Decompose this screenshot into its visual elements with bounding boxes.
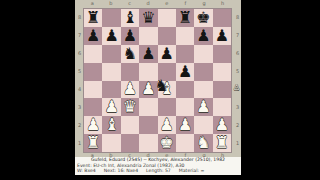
square-e4[interactable]: ♝♞ [158,81,176,99]
square-d2[interactable] [139,116,157,134]
piece-white-pawn: ♟ [176,116,194,134]
square-e5[interactable] [158,63,176,81]
file-label-f: f [176,1,195,6]
square-c7[interactable]: ♟ [121,27,139,45]
piece-white-pawn: ♟ [194,98,212,116]
piece-black-king: ♚ [194,9,212,27]
piece-white-rook: ♜ [213,134,231,152]
file-labels-top: abcdefgh [83,1,232,6]
square-g7[interactable]: ♟ [194,27,212,45]
rank-label-1: 1 [235,141,240,146]
piece-black-pawn: ♟ [102,27,120,45]
square-h5[interactable] [213,63,231,81]
file-label-b: b [102,1,121,6]
rank-label-7: 7 [77,33,82,38]
square-a8[interactable]: ♜ [84,9,102,27]
square-h4[interactable] [213,81,231,99]
square-e8[interactable] [158,9,176,27]
video-frame: abcdefgh abcdefgh 87654321 87654321 ♜♝♛♜… [0,0,320,180]
square-h3[interactable] [213,98,231,116]
rank-label-5: 5 [77,69,82,74]
square-g2[interactable] [194,116,212,134]
square-d1[interactable] [139,134,157,152]
rank-label-3: 3 [235,105,240,110]
square-f4[interactable] [176,81,194,99]
piece-black-bishop: ♝ [121,9,139,27]
caption-last-move: W: Bxe4 [77,168,96,173]
board-frame: abcdefgh abcdefgh 87654321 87654321 ♜♝♛♜… [75,0,241,157]
square-d7[interactable] [139,27,157,45]
file-label-a: a [83,1,102,6]
square-d8[interactable]: ♛ [139,9,157,27]
piece-black-pawn: ♟ [84,27,102,45]
rank-label-5: 5 [235,69,240,74]
piece-white-pawn: ♟ [158,116,176,134]
piece-white-rook: ♜ [84,134,102,152]
piece-black-pawn: ♟ [176,63,194,81]
square-f6[interactable] [176,45,194,63]
square-b6[interactable] [102,45,120,63]
square-g3[interactable]: ♟ [194,98,212,116]
square-f3[interactable] [176,98,194,116]
square-a7[interactable]: ♟ [84,27,102,45]
square-f2[interactable]: ♟ [176,116,194,134]
square-a1[interactable]: ♜ [84,134,102,152]
square-a4[interactable] [84,81,102,99]
square-d3[interactable] [139,98,157,116]
rank-labels-left: 87654321 [77,8,82,153]
piece-black-pawn: ♟ [213,27,231,45]
square-f5[interactable]: ♟ [176,63,194,81]
rank-label-8: 8 [235,15,240,20]
square-h8[interactable] [213,9,231,27]
to-move-indicator-white-pawn-icon: ♙ [233,83,240,92]
square-f7[interactable] [176,27,194,45]
square-d4[interactable]: ♟ [139,81,157,99]
square-c1[interactable] [121,134,139,152]
piece-white-pawn: ♟ [139,81,157,99]
square-b8[interactable] [102,9,120,27]
square-e2[interactable]: ♟ [158,116,176,134]
square-f1[interactable] [176,134,194,152]
rank-labels-right: 87654321 [235,8,240,153]
rank-label-2: 2 [235,123,240,128]
piece-white-pawn: ♟ [102,98,120,116]
square-c4[interactable]: ♟ [121,81,139,99]
rank-label-7: 7 [235,33,240,38]
square-h2[interactable]: ♟ [213,116,231,134]
piece-black-pawn: ♟ [194,27,212,45]
rank-label-3: 3 [77,105,82,110]
piece-black-pawn: ♟ [121,27,139,45]
square-b5[interactable] [102,63,120,81]
rank-label-1: 1 [77,141,82,146]
caption-players: Gufeld, Eduard (2545) -- Kochyev, Alexan… [75,157,241,163]
piece-white-bishop: ♝ [102,116,120,134]
square-g1[interactable]: ♞ [194,134,212,152]
square-c3[interactable]: ♛ [121,98,139,116]
rank-label-2: 2 [77,123,82,128]
rank-label-8: 8 [77,15,82,20]
piece-white-pawn: ♟ [84,116,102,134]
piece-black-rook: ♜ [84,9,102,27]
square-e3[interactable] [158,98,176,116]
square-b2[interactable]: ♝ [102,116,120,134]
square-h6[interactable] [213,45,231,63]
piece-white-pawn: ♟ [213,116,231,134]
piece-white-queen: ♛ [121,98,139,116]
square-f8[interactable]: ♜ [176,9,194,27]
square-b7[interactable]: ♟ [102,27,120,45]
file-label-d: d [139,1,158,6]
square-e6[interactable]: ♟ [158,45,176,63]
square-h1[interactable]: ♜ [213,134,231,152]
chess-board[interactable]: ♜♝♛♜♚♟♟♟♟♟♞♟♟♟♟♟♝♞♟♛♟♟♝♟♟♟♜♚♞♜ [83,8,232,153]
caption-next-move: Next: 16: Nxe4 [104,168,138,173]
square-g4[interactable] [194,81,212,99]
square-g5[interactable] [194,63,212,81]
caption-length: Length: 57 [146,168,171,173]
piece-black-queen: ♛ [139,9,157,27]
square-a3[interactable] [84,98,102,116]
caption-status: W: Bxe4Next: 16: Nxe4Length: 57Material:… [75,168,241,174]
square-g6[interactable] [194,45,212,63]
square-b1[interactable] [102,134,120,152]
file-label-g: g [195,1,214,6]
square-e7[interactable] [158,27,176,45]
square-c8[interactable]: ♝ [121,9,139,27]
rank-label-4: 4 [77,87,82,92]
square-a2[interactable]: ♟ [84,116,102,134]
piece-white-bishop: ♝ [158,81,176,99]
piece-black-rook: ♜ [176,9,194,27]
square-g8[interactable]: ♚ [194,9,212,27]
caption-strip: Gufeld, Eduard (2545) -- Kochyev, Alexan… [75,157,241,175]
square-h7[interactable]: ♟ [213,27,231,45]
file-label-e: e [158,1,177,6]
square-d5[interactable] [139,63,157,81]
square-e1[interactable]: ♚ [158,134,176,152]
square-b3[interactable]: ♟ [102,98,120,116]
square-c6[interactable]: ♞ [121,45,139,63]
file-label-c: c [120,1,139,6]
rank-label-6: 6 [235,51,240,56]
piece-white-pawn: ♟ [121,81,139,99]
square-b4[interactable] [102,81,120,99]
file-label-h: h [213,1,232,6]
rank-label-6: 6 [77,51,82,56]
piece-black-knight: ♞ [121,45,139,63]
piece-black-pawn: ♟ [139,45,157,63]
square-a6[interactable] [84,45,102,63]
square-c2[interactable] [121,116,139,134]
piece-black-pawn: ♟ [158,45,176,63]
square-a5[interactable] [84,63,102,81]
caption-material: Material: = [179,168,205,173]
square-d6[interactable]: ♟ [139,45,157,63]
piece-white-king: ♚ [158,134,176,152]
piece-white-knight: ♞ [194,134,212,152]
square-c5[interactable] [121,63,139,81]
